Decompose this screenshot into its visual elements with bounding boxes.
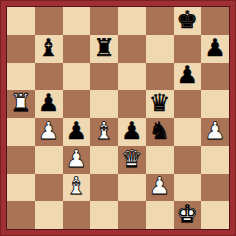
square-f7[interactable] <box>146 35 174 63</box>
piece-white-pawn[interactable]: ♟ <box>204 119 226 143</box>
board-frame: ♚♝♜♟♟♜♟♛♟♟♝♟♞♟♟♛♝♟♚ <box>0 0 236 236</box>
piece-black-knight[interactable]: ♞ <box>149 119 171 143</box>
square-g7[interactable] <box>174 35 202 63</box>
piece-black-bishop[interactable]: ♝ <box>38 36 60 60</box>
square-d1[interactable] <box>90 201 118 229</box>
square-h6[interactable] <box>201 63 229 91</box>
square-h2[interactable] <box>201 174 229 202</box>
square-h8[interactable] <box>201 7 229 35</box>
square-a3[interactable] <box>7 146 35 174</box>
square-h3[interactable] <box>201 146 229 174</box>
square-c3[interactable]: ♟ <box>63 146 91 174</box>
square-f1[interactable] <box>146 201 174 229</box>
square-h5[interactable] <box>201 90 229 118</box>
square-a7[interactable] <box>7 35 35 63</box>
piece-white-pawn[interactable]: ♟ <box>149 174 171 198</box>
piece-white-bishop[interactable]: ♝ <box>66 174 88 198</box>
square-b6[interactable] <box>35 63 63 91</box>
square-d5[interactable] <box>90 90 118 118</box>
square-c8[interactable] <box>63 7 91 35</box>
square-f3[interactable] <box>146 146 174 174</box>
piece-black-queen[interactable]: ♛ <box>149 91 171 115</box>
square-f4[interactable]: ♞ <box>146 118 174 146</box>
square-b1[interactable] <box>35 201 63 229</box>
square-f5[interactable]: ♛ <box>146 90 174 118</box>
piece-white-rook[interactable]: ♜ <box>10 91 32 115</box>
square-g6[interactable]: ♟ <box>174 63 202 91</box>
piece-black-king[interactable]: ♚ <box>177 8 199 32</box>
square-g1[interactable]: ♚ <box>174 201 202 229</box>
square-h7[interactable]: ♟ <box>201 35 229 63</box>
square-g3[interactable] <box>174 146 202 174</box>
square-g8[interactable]: ♚ <box>174 7 202 35</box>
square-c6[interactable] <box>63 63 91 91</box>
square-d6[interactable] <box>90 63 118 91</box>
square-a8[interactable] <box>7 7 35 35</box>
square-a5[interactable]: ♜ <box>7 90 35 118</box>
square-c5[interactable] <box>63 90 91 118</box>
square-g5[interactable] <box>174 90 202 118</box>
piece-black-rook[interactable]: ♜ <box>93 36 115 60</box>
square-d8[interactable] <box>90 7 118 35</box>
square-b7[interactable]: ♝ <box>35 35 63 63</box>
square-b2[interactable] <box>35 174 63 202</box>
square-a4[interactable] <box>7 118 35 146</box>
square-e7[interactable] <box>118 35 146 63</box>
piece-black-pawn[interactable]: ♟ <box>66 119 88 143</box>
square-b4[interactable]: ♟ <box>35 118 63 146</box>
square-b5[interactable]: ♟ <box>35 90 63 118</box>
piece-white-queen[interactable]: ♛ <box>121 147 143 171</box>
piece-white-pawn[interactable]: ♟ <box>66 147 88 171</box>
piece-black-pawn[interactable]: ♟ <box>121 119 143 143</box>
square-d4[interactable]: ♝ <box>90 118 118 146</box>
square-e3[interactable]: ♛ <box>118 146 146 174</box>
square-c2[interactable]: ♝ <box>63 174 91 202</box>
square-d3[interactable] <box>90 146 118 174</box>
square-h1[interactable] <box>201 201 229 229</box>
piece-white-bishop[interactable]: ♝ <box>93 119 115 143</box>
square-f6[interactable] <box>146 63 174 91</box>
square-f8[interactable] <box>146 7 174 35</box>
piece-black-pawn[interactable]: ♟ <box>204 36 226 60</box>
square-b3[interactable] <box>35 146 63 174</box>
square-e8[interactable] <box>118 7 146 35</box>
square-c1[interactable] <box>63 201 91 229</box>
square-c4[interactable]: ♟ <box>63 118 91 146</box>
square-g2[interactable] <box>174 174 202 202</box>
square-c7[interactable] <box>63 35 91 63</box>
square-e6[interactable] <box>118 63 146 91</box>
square-g4[interactable] <box>174 118 202 146</box>
chess-board: ♚♝♜♟♟♜♟♛♟♟♝♟♞♟♟♛♝♟♚ <box>6 6 230 230</box>
piece-white-king[interactable]: ♚ <box>177 202 199 226</box>
piece-white-pawn[interactable]: ♟ <box>38 119 60 143</box>
square-f2[interactable]: ♟ <box>146 174 174 202</box>
square-d2[interactable] <box>90 174 118 202</box>
square-h4[interactable]: ♟ <box>201 118 229 146</box>
piece-black-pawn[interactable]: ♟ <box>38 91 60 115</box>
square-e4[interactable]: ♟ <box>118 118 146 146</box>
square-d7[interactable]: ♜ <box>90 35 118 63</box>
piece-black-pawn[interactable]: ♟ <box>177 63 199 87</box>
square-e2[interactable] <box>118 174 146 202</box>
square-b8[interactable] <box>35 7 63 35</box>
square-a1[interactable] <box>7 201 35 229</box>
square-a2[interactable] <box>7 174 35 202</box>
square-e1[interactable] <box>118 201 146 229</box>
square-a6[interactable] <box>7 63 35 91</box>
square-e5[interactable] <box>118 90 146 118</box>
